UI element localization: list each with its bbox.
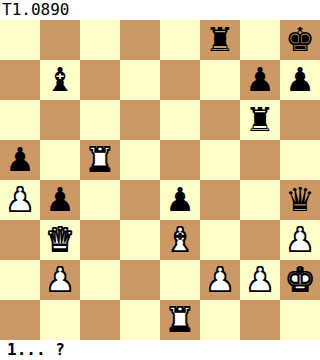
square-g6[interactable]: ♜	[240, 100, 280, 140]
square-e8[interactable]	[160, 20, 200, 60]
piece-white-pawn[interactable]: ♟	[205, 260, 235, 300]
square-h1[interactable]	[280, 300, 320, 340]
square-g2[interactable]: ♟	[240, 260, 280, 300]
square-h6[interactable]	[280, 100, 320, 140]
chess-board: ♜♚♝♟♟♜♟♜♟♟♟♛♛♝♟♟♟♟♚♜	[0, 20, 320, 340]
square-f3[interactable]	[200, 220, 240, 260]
square-f2[interactable]: ♟	[200, 260, 240, 300]
square-e4[interactable]: ♟	[160, 180, 200, 220]
chess-puzzle-app: T1.0890 ♜♚♝♟♟♜♟♜♟♟♟♛♛♝♟♟♟♟♚♜ 1... ?	[0, 0, 320, 360]
square-e3[interactable]: ♝	[160, 220, 200, 260]
square-b8[interactable]	[40, 20, 80, 60]
status-bar: 1... ?	[0, 340, 320, 360]
piece-black-rook[interactable]: ♜	[245, 100, 275, 140]
square-a2[interactable]	[0, 260, 40, 300]
square-b3[interactable]: ♛	[40, 220, 80, 260]
piece-white-pawn[interactable]: ♟	[45, 260, 75, 300]
piece-white-bishop[interactable]: ♝	[165, 220, 195, 260]
square-c4[interactable]	[80, 180, 120, 220]
piece-white-queen[interactable]: ♛	[45, 220, 75, 260]
square-b7[interactable]: ♝	[40, 60, 80, 100]
piece-black-queen[interactable]: ♛	[285, 180, 315, 220]
square-f7[interactable]	[200, 60, 240, 100]
square-g7[interactable]: ♟	[240, 60, 280, 100]
square-e5[interactable]	[160, 140, 200, 180]
square-e7[interactable]	[160, 60, 200, 100]
piece-white-pawn[interactable]: ♟	[245, 260, 275, 300]
piece-black-pawn[interactable]: ♟	[5, 140, 35, 180]
square-b5[interactable]	[40, 140, 80, 180]
piece-black-rook[interactable]: ♜	[205, 20, 235, 60]
square-f4[interactable]	[200, 180, 240, 220]
piece-white-king[interactable]: ♚	[285, 260, 315, 300]
square-b1[interactable]	[40, 300, 80, 340]
square-d8[interactable]	[120, 20, 160, 60]
square-a4[interactable]: ♟	[0, 180, 40, 220]
square-g5[interactable]	[240, 140, 280, 180]
square-a7[interactable]	[0, 60, 40, 100]
square-d7[interactable]	[120, 60, 160, 100]
square-d2[interactable]	[120, 260, 160, 300]
move-prompt: 1... ?	[0, 340, 65, 360]
square-f5[interactable]	[200, 140, 240, 180]
square-g4[interactable]	[240, 180, 280, 220]
square-f6[interactable]	[200, 100, 240, 140]
piece-white-rook[interactable]: ♜	[85, 140, 115, 180]
square-h2[interactable]: ♚	[280, 260, 320, 300]
square-h8[interactable]: ♚	[280, 20, 320, 60]
square-a8[interactable]	[0, 20, 40, 60]
square-c5[interactable]: ♜	[80, 140, 120, 180]
square-h4[interactable]: ♛	[280, 180, 320, 220]
square-d5[interactable]	[120, 140, 160, 180]
square-g1[interactable]	[240, 300, 280, 340]
square-g3[interactable]	[240, 220, 280, 260]
square-b4[interactable]: ♟	[40, 180, 80, 220]
piece-black-king[interactable]: ♚	[285, 20, 315, 60]
square-b6[interactable]	[40, 100, 80, 140]
piece-white-pawn[interactable]: ♟	[285, 220, 315, 260]
square-e6[interactable]	[160, 100, 200, 140]
square-h3[interactable]: ♟	[280, 220, 320, 260]
square-h5[interactable]	[280, 140, 320, 180]
piece-black-pawn[interactable]: ♟	[245, 60, 275, 100]
square-c1[interactable]	[80, 300, 120, 340]
square-c2[interactable]	[80, 260, 120, 300]
square-a1[interactable]	[0, 300, 40, 340]
puzzle-id: T1.0890	[0, 0, 69, 20]
piece-white-pawn[interactable]: ♟	[5, 180, 35, 220]
square-a5[interactable]: ♟	[0, 140, 40, 180]
square-c6[interactable]	[80, 100, 120, 140]
square-c8[interactable]	[80, 20, 120, 60]
piece-black-bishop[interactable]: ♝	[45, 60, 75, 100]
square-a3[interactable]	[0, 220, 40, 260]
square-f1[interactable]	[200, 300, 240, 340]
piece-black-pawn[interactable]: ♟	[165, 180, 195, 220]
square-h7[interactable]: ♟	[280, 60, 320, 100]
square-e1[interactable]: ♜	[160, 300, 200, 340]
square-e2[interactable]	[160, 260, 200, 300]
square-a6[interactable]	[0, 100, 40, 140]
piece-black-pawn[interactable]: ♟	[285, 60, 315, 100]
square-f8[interactable]: ♜	[200, 20, 240, 60]
square-c7[interactable]	[80, 60, 120, 100]
square-d3[interactable]	[120, 220, 160, 260]
square-d4[interactable]	[120, 180, 160, 220]
title-bar: T1.0890	[0, 0, 320, 20]
piece-black-pawn[interactable]: ♟	[45, 180, 75, 220]
piece-white-rook[interactable]: ♜	[165, 300, 195, 340]
square-g8[interactable]	[240, 20, 280, 60]
square-d1[interactable]	[120, 300, 160, 340]
square-d6[interactable]	[120, 100, 160, 140]
square-b2[interactable]: ♟	[40, 260, 80, 300]
square-c3[interactable]	[80, 220, 120, 260]
